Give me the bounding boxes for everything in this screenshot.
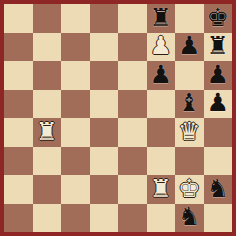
board-frame: ♜♚♟♟♜♟♟♝♟♜♛♜♚♞♞ <box>0 0 236 236</box>
square-c1[interactable] <box>61 204 90 233</box>
square-e5[interactable] <box>118 90 147 119</box>
square-g7[interactable]: ♟ <box>175 33 204 62</box>
square-f6[interactable]: ♟ <box>147 61 176 90</box>
square-c8[interactable] <box>61 4 90 33</box>
square-a3[interactable] <box>4 147 33 176</box>
square-d7[interactable] <box>90 33 119 62</box>
square-c6[interactable] <box>61 61 90 90</box>
square-c4[interactable] <box>61 118 90 147</box>
black-knight[interactable]: ♞ <box>207 176 229 201</box>
black-rook[interactable]: ♜ <box>150 5 172 30</box>
square-b6[interactable] <box>33 61 62 90</box>
square-h7[interactable]: ♜ <box>204 33 233 62</box>
black-pawn[interactable]: ♟ <box>207 90 229 115</box>
square-g5[interactable]: ♝ <box>175 90 204 119</box>
square-e6[interactable] <box>118 61 147 90</box>
square-h3[interactable] <box>204 147 233 176</box>
square-a5[interactable] <box>4 90 33 119</box>
square-e8[interactable] <box>118 4 147 33</box>
white-queen[interactable]: ♛ <box>178 119 200 144</box>
square-h1[interactable] <box>204 204 233 233</box>
square-b8[interactable] <box>33 4 62 33</box>
square-d5[interactable] <box>90 90 119 119</box>
square-h8[interactable]: ♚ <box>204 4 233 33</box>
square-a4[interactable] <box>4 118 33 147</box>
square-b5[interactable] <box>33 90 62 119</box>
white-pawn[interactable]: ♟ <box>150 33 172 58</box>
square-e2[interactable] <box>118 175 147 204</box>
square-g3[interactable] <box>175 147 204 176</box>
black-knight[interactable]: ♞ <box>178 204 200 229</box>
square-f1[interactable] <box>147 204 176 233</box>
square-b7[interactable] <box>33 33 62 62</box>
square-g2[interactable]: ♚ <box>175 175 204 204</box>
black-rook[interactable]: ♜ <box>207 33 229 58</box>
square-e4[interactable] <box>118 118 147 147</box>
square-c2[interactable] <box>61 175 90 204</box>
square-b3[interactable] <box>33 147 62 176</box>
square-b2[interactable] <box>33 175 62 204</box>
square-c3[interactable] <box>61 147 90 176</box>
square-f8[interactable]: ♜ <box>147 4 176 33</box>
white-rook[interactable]: ♜ <box>36 119 58 144</box>
square-g8[interactable] <box>175 4 204 33</box>
square-a8[interactable] <box>4 4 33 33</box>
square-b1[interactable] <box>33 204 62 233</box>
white-king[interactable]: ♚ <box>178 176 200 201</box>
black-bishop[interactable]: ♝ <box>178 90 200 115</box>
square-d6[interactable] <box>90 61 119 90</box>
square-a6[interactable] <box>4 61 33 90</box>
square-e3[interactable] <box>118 147 147 176</box>
square-e1[interactable] <box>118 204 147 233</box>
square-g4[interactable]: ♛ <box>175 118 204 147</box>
square-h5[interactable]: ♟ <box>204 90 233 119</box>
square-e7[interactable] <box>118 33 147 62</box>
square-f4[interactable] <box>147 118 176 147</box>
black-pawn[interactable]: ♟ <box>150 62 172 87</box>
square-f3[interactable] <box>147 147 176 176</box>
square-d3[interactable] <box>90 147 119 176</box>
chess-board: ♜♚♟♟♜♟♟♝♟♜♛♜♚♞♞ <box>4 4 232 232</box>
black-pawn[interactable]: ♟ <box>178 33 200 58</box>
black-king[interactable]: ♚ <box>207 5 229 30</box>
square-f2[interactable]: ♜ <box>147 175 176 204</box>
square-h4[interactable] <box>204 118 233 147</box>
square-b4[interactable]: ♜ <box>33 118 62 147</box>
square-d8[interactable] <box>90 4 119 33</box>
square-d1[interactable] <box>90 204 119 233</box>
square-h6[interactable]: ♟ <box>204 61 233 90</box>
black-pawn[interactable]: ♟ <box>207 62 229 87</box>
white-rook[interactable]: ♜ <box>150 176 172 201</box>
square-c5[interactable] <box>61 90 90 119</box>
square-f7[interactable]: ♟ <box>147 33 176 62</box>
square-g6[interactable] <box>175 61 204 90</box>
square-a1[interactable] <box>4 204 33 233</box>
square-c7[interactable] <box>61 33 90 62</box>
square-h2[interactable]: ♞ <box>204 175 233 204</box>
square-a2[interactable] <box>4 175 33 204</box>
square-g1[interactable]: ♞ <box>175 204 204 233</box>
square-d4[interactable] <box>90 118 119 147</box>
square-d2[interactable] <box>90 175 119 204</box>
square-a7[interactable] <box>4 33 33 62</box>
square-f5[interactable] <box>147 90 176 119</box>
